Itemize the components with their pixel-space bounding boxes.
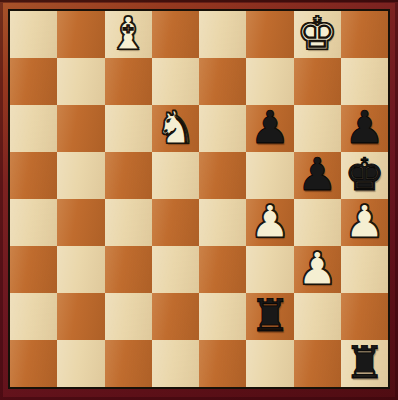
chess-board: ♝♚♞♟♟♟♚♟♟♟♜♜ [8,9,390,389]
square-g6[interactable] [294,105,341,152]
square-d7[interactable] [152,58,199,105]
square-a4[interactable] [10,199,57,246]
square-g7[interactable] [294,58,341,105]
piece-black-pawn-g5[interactable]: ♟ [297,152,337,197]
square-b8[interactable] [57,11,104,58]
square-e2[interactable] [199,293,246,340]
square-d6[interactable]: ♞ [152,105,199,152]
square-a1[interactable] [10,340,57,387]
square-a3[interactable] [10,246,57,293]
square-f6[interactable]: ♟ [246,105,293,152]
square-g5[interactable]: ♟ [294,152,341,199]
piece-black-rook-f2[interactable]: ♜ [250,293,290,338]
piece-black-rook-h1[interactable]: ♜ [344,340,384,385]
piece-black-pawn-h6[interactable]: ♟ [344,105,384,150]
square-h7[interactable] [341,58,388,105]
piece-black-pawn-f6[interactable]: ♟ [250,105,290,150]
square-b1[interactable] [57,340,104,387]
square-h1[interactable]: ♜ [341,340,388,387]
square-g8[interactable]: ♚ [294,11,341,58]
square-b5[interactable] [57,152,104,199]
square-d1[interactable] [152,340,199,387]
square-e6[interactable] [199,105,246,152]
square-f7[interactable] [246,58,293,105]
square-f2[interactable]: ♜ [246,293,293,340]
square-c1[interactable] [105,340,152,387]
square-f4[interactable]: ♟ [246,199,293,246]
square-b2[interactable] [57,293,104,340]
piece-white-knight-d6[interactable]: ♞ [155,105,195,150]
square-f1[interactable] [246,340,293,387]
square-c2[interactable] [105,293,152,340]
square-d3[interactable] [152,246,199,293]
square-e1[interactable] [199,340,246,387]
square-e4[interactable] [199,199,246,246]
square-f5[interactable] [246,152,293,199]
square-c4[interactable] [105,199,152,246]
square-c6[interactable] [105,105,152,152]
square-b3[interactable] [57,246,104,293]
square-g3[interactable]: ♟ [294,246,341,293]
square-a6[interactable] [10,105,57,152]
square-a7[interactable] [10,58,57,105]
square-c8[interactable]: ♝ [105,11,152,58]
square-h5[interactable]: ♚ [341,152,388,199]
square-d5[interactable] [152,152,199,199]
piece-white-king-g8[interactable]: ♚ [297,11,337,56]
square-h4[interactable]: ♟ [341,199,388,246]
square-h3[interactable] [341,246,388,293]
square-f8[interactable] [246,11,293,58]
square-b6[interactable] [57,105,104,152]
square-c5[interactable] [105,152,152,199]
square-b7[interactable] [57,58,104,105]
square-h2[interactable] [341,293,388,340]
square-a2[interactable] [10,293,57,340]
piece-white-bishop-c8[interactable]: ♝ [108,11,148,56]
square-e7[interactable] [199,58,246,105]
square-e3[interactable] [199,246,246,293]
square-f3[interactable] [246,246,293,293]
square-g2[interactable] [294,293,341,340]
piece-white-pawn-h4[interactable]: ♟ [344,199,384,244]
chess-diagram: ♝♚♞♟♟♟♚♟♟♟♜♜ [0,0,398,400]
square-h6[interactable]: ♟ [341,105,388,152]
square-e8[interactable] [199,11,246,58]
piece-white-pawn-f4[interactable]: ♟ [250,199,290,244]
square-d4[interactable] [152,199,199,246]
square-h8[interactable] [341,11,388,58]
piece-black-king-h5[interactable]: ♚ [344,152,384,197]
square-c7[interactable] [105,58,152,105]
square-d2[interactable] [152,293,199,340]
square-a8[interactable] [10,11,57,58]
square-b4[interactable] [57,199,104,246]
square-e5[interactable] [199,152,246,199]
square-g1[interactable] [294,340,341,387]
square-g4[interactable] [294,199,341,246]
piece-white-pawn-g3[interactable]: ♟ [297,246,337,291]
square-a5[interactable] [10,152,57,199]
square-c3[interactable] [105,246,152,293]
square-d8[interactable] [152,11,199,58]
